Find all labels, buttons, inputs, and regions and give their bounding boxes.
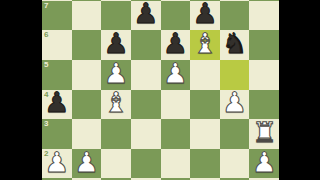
square-h2[interactable]: ♟ [249, 149, 279, 179]
square-h4[interactable] [249, 90, 279, 120]
square-g1[interactable] [220, 178, 250, 180]
black-pawn[interactable]: ♟ [44, 89, 69, 117]
black-pawn[interactable]: ♟ [192, 0, 217, 28]
square-c7[interactable] [101, 1, 131, 31]
square-e1[interactable] [161, 178, 191, 180]
square-e2[interactable] [161, 149, 191, 179]
square-c5[interactable]: ♟ [101, 60, 131, 90]
square-f7[interactable]: ♟ [190, 1, 220, 31]
square-b2[interactable]: ♟ [72, 149, 102, 179]
black-pawn[interactable]: ♟ [163, 30, 188, 58]
square-a6[interactable]: 6 [42, 30, 72, 60]
square-d5[interactable] [131, 60, 161, 90]
white-bishop[interactable]: ♝ [104, 89, 129, 117]
square-a7[interactable]: 7 [42, 1, 72, 31]
square-g3[interactable] [220, 119, 250, 149]
square-h3[interactable]: ♜ [249, 119, 279, 149]
square-a5[interactable]: 5 [42, 60, 72, 90]
white-pawn[interactable]: ♟ [222, 89, 247, 117]
white-bishop[interactable]: ♝ [192, 30, 217, 58]
square-a2[interactable]: 2♟ [42, 149, 72, 179]
square-e4[interactable] [161, 90, 191, 120]
square-b7[interactable] [72, 1, 102, 31]
chess-board: 7♟♟6♟♟♝♞5♟♟4♟♝♟3♜2♟♟♟ [42, 0, 279, 180]
square-b6[interactable] [72, 30, 102, 60]
square-c6[interactable]: ♟ [101, 30, 131, 60]
rank-label-7: 7 [44, 2, 48, 10]
black-pawn[interactable]: ♟ [104, 30, 129, 58]
square-b5[interactable] [72, 60, 102, 90]
square-e6[interactable]: ♟ [161, 30, 191, 60]
square-e5[interactable]: ♟ [161, 60, 191, 90]
square-e7[interactable] [161, 1, 191, 31]
square-g6[interactable]: ♞ [220, 30, 250, 60]
white-pawn[interactable]: ♟ [44, 149, 69, 177]
square-h6[interactable] [249, 30, 279, 60]
white-pawn[interactable]: ♟ [74, 149, 99, 177]
square-g2[interactable] [220, 149, 250, 179]
square-d4[interactable] [131, 90, 161, 120]
black-knight[interactable]: ♞ [222, 30, 247, 58]
square-g7[interactable] [220, 1, 250, 31]
white-pawn[interactable]: ♟ [163, 60, 188, 88]
square-a1[interactable] [42, 178, 72, 180]
white-pawn[interactable]: ♟ [104, 60, 129, 88]
square-h7[interactable] [249, 1, 279, 31]
square-f4[interactable] [190, 90, 220, 120]
square-c3[interactable] [101, 119, 131, 149]
square-e3[interactable] [161, 119, 191, 149]
black-pawn[interactable]: ♟ [133, 0, 158, 28]
white-pawn[interactable]: ♟ [252, 149, 277, 177]
screenshot-stage: 7♟♟6♟♟♝♞5♟♟4♟♝♟3♜2♟♟♟ [0, 0, 320, 180]
square-d1[interactable] [131, 178, 161, 180]
square-g5[interactable] [220, 60, 250, 90]
square-b1[interactable] [72, 178, 102, 180]
square-a4[interactable]: 4♟ [42, 90, 72, 120]
rank-label-6: 6 [44, 31, 48, 39]
white-rook[interactable]: ♜ [252, 119, 277, 147]
square-g4[interactable]: ♟ [220, 90, 250, 120]
square-d7[interactable]: ♟ [131, 1, 161, 31]
square-c2[interactable] [101, 149, 131, 179]
square-f3[interactable] [190, 119, 220, 149]
rank-label-5: 5 [44, 61, 48, 69]
square-h1[interactable] [249, 178, 279, 180]
square-d6[interactable] [131, 30, 161, 60]
square-c1[interactable] [101, 178, 131, 180]
rank-label-3: 3 [44, 120, 48, 128]
square-b4[interactable] [72, 90, 102, 120]
square-d2[interactable] [131, 149, 161, 179]
square-f1[interactable] [190, 178, 220, 180]
square-b3[interactable] [72, 119, 102, 149]
square-d3[interactable] [131, 119, 161, 149]
square-a3[interactable]: 3 [42, 119, 72, 149]
square-f5[interactable] [190, 60, 220, 90]
square-f2[interactable] [190, 149, 220, 179]
square-f6[interactable]: ♝ [190, 30, 220, 60]
square-c4[interactable]: ♝ [101, 90, 131, 120]
square-h5[interactable] [249, 60, 279, 90]
